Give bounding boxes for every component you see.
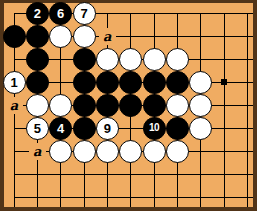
stone-number: 10 — [149, 123, 159, 133]
stone-number: 4 — [57, 122, 64, 135]
grid-hline — [14, 197, 253, 198]
stone-black-10: 10 — [143, 117, 166, 140]
stone-black — [166, 71, 189, 94]
stone-black — [73, 71, 96, 94]
stone-white — [73, 25, 96, 48]
stone-black — [26, 71, 49, 94]
stone-white — [73, 140, 96, 163]
point-label-a: a — [99, 28, 116, 45]
stone-black — [143, 94, 166, 117]
stone-white — [143, 140, 166, 163]
stone-number: 2 — [34, 7, 41, 20]
point-label-a: a — [6, 97, 23, 114]
stone-white — [119, 140, 142, 163]
stone-black — [73, 117, 96, 140]
grid-hline — [14, 174, 253, 175]
stone-black — [96, 71, 119, 94]
stone-number: 5 — [34, 122, 41, 135]
stone-number: 1 — [10, 76, 17, 89]
stone-white — [49, 94, 72, 117]
stone-black — [166, 117, 189, 140]
stone-white — [166, 140, 189, 163]
stone-number: 7 — [80, 7, 87, 20]
stone-black — [26, 25, 49, 48]
stone-black — [143, 71, 166, 94]
stone-black — [26, 48, 49, 71]
stone-number: 6 — [57, 7, 64, 20]
stone-white — [49, 140, 72, 163]
stone-white — [96, 140, 119, 163]
stone-black-6: 6 — [49, 2, 72, 25]
stone-white — [166, 48, 189, 71]
stone-black — [73, 94, 96, 117]
stone-number: 9 — [104, 122, 111, 135]
grid-vline — [247, 13, 248, 207]
go-diagram-frame: 267a1a54910a — [0, 0, 257, 211]
stone-white — [96, 48, 119, 71]
stone-white-5: 5 — [26, 117, 49, 140]
stone-black — [73, 48, 96, 71]
stone-black — [96, 94, 119, 117]
star-point — [221, 79, 227, 85]
stone-white — [26, 94, 49, 117]
point-label-a: a — [29, 143, 46, 160]
stone-white-1: 1 — [3, 71, 26, 94]
stone-black-2: 2 — [26, 2, 49, 25]
stone-white — [143, 48, 166, 71]
stone-white — [189, 117, 212, 140]
stone-white — [189, 71, 212, 94]
stone-white — [119, 48, 142, 71]
stone-black — [3, 25, 26, 48]
stone-white — [49, 25, 72, 48]
stone-black — [119, 94, 142, 117]
stone-black-4: 4 — [49, 117, 72, 140]
stone-white — [166, 94, 189, 117]
stone-black — [119, 71, 142, 94]
stone-white — [189, 94, 212, 117]
stone-white-9: 9 — [96, 117, 119, 140]
stone-white-7: 7 — [73, 2, 96, 25]
grid-vline — [224, 13, 225, 207]
